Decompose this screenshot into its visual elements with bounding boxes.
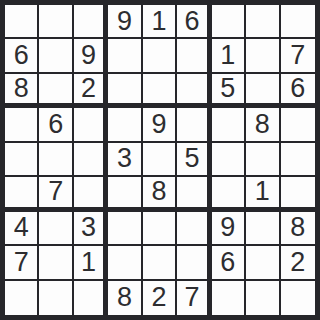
- cell-r1c7[interactable]: [212, 5, 246, 39]
- cell-r5c3[interactable]: [74, 143, 108, 177]
- cell-r2c6[interactable]: [177, 39, 211, 73]
- cell-r9c6-given[interactable]: 7: [177, 281, 211, 315]
- cell-r3c2[interactable]: [39, 74, 73, 108]
- cell-r1c6-given[interactable]: 6: [177, 5, 211, 39]
- cell-r4c2-given[interactable]: 6: [39, 108, 73, 142]
- cell-r2c7-given[interactable]: 1: [212, 39, 246, 73]
- cell-r4c1[interactable]: [5, 108, 39, 142]
- cell-r3c7-given[interactable]: 5: [212, 74, 246, 108]
- cell-r9c9[interactable]: [281, 281, 315, 315]
- cell-r9c5-given[interactable]: 2: [143, 281, 177, 315]
- cell-r5c9[interactable]: [281, 143, 315, 177]
- cell-r3c1-given[interactable]: 8: [5, 74, 39, 108]
- cell-r6c7[interactable]: [212, 177, 246, 211]
- cell-r5c8[interactable]: [246, 143, 280, 177]
- cell-r8c3-given[interactable]: 1: [74, 246, 108, 280]
- cell-r7c1-given[interactable]: 4: [5, 212, 39, 246]
- cell-r9c8[interactable]: [246, 281, 280, 315]
- cell-r7c9-given[interactable]: 8: [281, 212, 315, 246]
- cell-r5c2[interactable]: [39, 143, 73, 177]
- cell-r6c8-given[interactable]: 1: [246, 177, 280, 211]
- cell-r2c1-given[interactable]: 6: [5, 39, 39, 73]
- cell-r8c9-given[interactable]: 2: [281, 246, 315, 280]
- sudoku-board: 916691782566983578143987162827: [0, 0, 320, 320]
- cell-r7c3-given[interactable]: 3: [74, 212, 108, 246]
- cell-r2c2[interactable]: [39, 39, 73, 73]
- cell-r4c3[interactable]: [74, 108, 108, 142]
- cell-r7c7-given[interactable]: 9: [212, 212, 246, 246]
- cell-r3c6[interactable]: [177, 74, 211, 108]
- cell-r1c3[interactable]: [74, 5, 108, 39]
- cell-r5c4-given[interactable]: 3: [108, 143, 142, 177]
- cell-r1c2[interactable]: [39, 5, 73, 39]
- cell-r6c1[interactable]: [5, 177, 39, 211]
- cell-r1c8[interactable]: [246, 5, 280, 39]
- cell-r7c6[interactable]: [177, 212, 211, 246]
- cell-r3c8[interactable]: [246, 74, 280, 108]
- cell-r3c4[interactable]: [108, 74, 142, 108]
- cell-r6c3[interactable]: [74, 177, 108, 211]
- cell-r8c7-given[interactable]: 6: [212, 246, 246, 280]
- cell-r3c5[interactable]: [143, 74, 177, 108]
- cell-r9c2[interactable]: [39, 281, 73, 315]
- cell-r2c8[interactable]: [246, 39, 280, 73]
- cell-r6c9[interactable]: [281, 177, 315, 211]
- cell-r6c4[interactable]: [108, 177, 142, 211]
- cell-r3c3-given[interactable]: 2: [74, 74, 108, 108]
- cell-r8c2[interactable]: [39, 246, 73, 280]
- cell-r1c5-given[interactable]: 1: [143, 5, 177, 39]
- cell-r3c9-given[interactable]: 6: [281, 74, 315, 108]
- cell-r4c8-given[interactable]: 8: [246, 108, 280, 142]
- cell-r1c9[interactable]: [281, 5, 315, 39]
- cell-r5c5[interactable]: [143, 143, 177, 177]
- cell-r5c7[interactable]: [212, 143, 246, 177]
- cell-r6c5-given[interactable]: 8: [143, 177, 177, 211]
- cell-r2c4[interactable]: [108, 39, 142, 73]
- cell-r9c7[interactable]: [212, 281, 246, 315]
- cell-r7c2[interactable]: [39, 212, 73, 246]
- cell-r8c1-given[interactable]: 7: [5, 246, 39, 280]
- cell-r9c3[interactable]: [74, 281, 108, 315]
- cell-r6c6[interactable]: [177, 177, 211, 211]
- cell-r2c5[interactable]: [143, 39, 177, 73]
- cell-r7c5[interactable]: [143, 212, 177, 246]
- cell-r8c4[interactable]: [108, 246, 142, 280]
- cell-r6c2-given[interactable]: 7: [39, 177, 73, 211]
- cell-r4c5-given[interactable]: 9: [143, 108, 177, 142]
- cell-r4c7[interactable]: [212, 108, 246, 142]
- cell-r5c6-given[interactable]: 5: [177, 143, 211, 177]
- cell-r2c3-given[interactable]: 9: [74, 39, 108, 73]
- cell-r7c8[interactable]: [246, 212, 280, 246]
- cell-r9c4-given[interactable]: 8: [108, 281, 142, 315]
- cell-r4c9[interactable]: [281, 108, 315, 142]
- cell-r9c1[interactable]: [5, 281, 39, 315]
- cell-r4c4[interactable]: [108, 108, 142, 142]
- cell-r7c4[interactable]: [108, 212, 142, 246]
- cell-r8c6[interactable]: [177, 246, 211, 280]
- cell-r2c9-given[interactable]: 7: [281, 39, 315, 73]
- cell-r1c4-given[interactable]: 9: [108, 5, 142, 39]
- cell-r8c8[interactable]: [246, 246, 280, 280]
- cell-r4c6[interactable]: [177, 108, 211, 142]
- cell-r1c1[interactable]: [5, 5, 39, 39]
- cell-r5c1[interactable]: [5, 143, 39, 177]
- cell-r8c5[interactable]: [143, 246, 177, 280]
